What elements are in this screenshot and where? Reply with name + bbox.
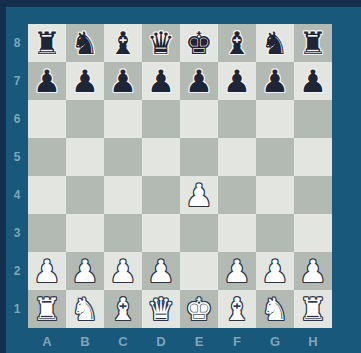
square-f7[interactable]: ♟ [218, 62, 256, 100]
square-d7[interactable]: ♟ [142, 62, 180, 100]
black-pawn[interactable]: ♟ [109, 62, 137, 100]
square-b3[interactable] [66, 214, 104, 252]
black-pawn[interactable]: ♟ [33, 62, 61, 100]
square-h7[interactable]: ♟ [294, 62, 332, 100]
square-e5[interactable] [180, 138, 218, 176]
square-g1[interactable]: ♞ [256, 290, 294, 328]
black-pawn[interactable]: ♟ [147, 62, 175, 100]
rank-label-5: 5 [6, 138, 28, 176]
file-label-h: H [294, 329, 332, 353]
square-c7[interactable]: ♟ [104, 62, 142, 100]
white-king[interactable]: ♚ [185, 290, 213, 328]
black-king[interactable]: ♚ [185, 24, 213, 62]
square-e4[interactable]: ♟ [180, 176, 218, 214]
white-bishop[interactable]: ♝ [223, 290, 251, 328]
square-f3[interactable] [218, 214, 256, 252]
black-bishop[interactable]: ♝ [223, 24, 251, 62]
square-h2[interactable]: ♟ [294, 252, 332, 290]
white-queen[interactable]: ♛ [147, 290, 175, 328]
white-rook[interactable]: ♜ [299, 290, 327, 328]
white-pawn[interactable]: ♟ [223, 252, 251, 290]
chess-board: ♜♞♝♛♚♝♞♜♟♟♟♟♟♟♟♟♟♟♟♟♟♟♟♟♜♞♝♛♚♝♞♜ [28, 24, 332, 328]
square-g5[interactable] [256, 138, 294, 176]
square-h1[interactable]: ♜ [294, 290, 332, 328]
file-coordinates: ABCDEFGH [28, 329, 332, 353]
square-e7[interactable]: ♟ [180, 62, 218, 100]
white-pawn[interactable]: ♟ [33, 252, 61, 290]
white-pawn[interactable]: ♟ [261, 252, 289, 290]
square-c2[interactable]: ♟ [104, 252, 142, 290]
square-h5[interactable] [294, 138, 332, 176]
square-d3[interactable] [142, 214, 180, 252]
square-b1[interactable]: ♞ [66, 290, 104, 328]
square-a5[interactable] [28, 138, 66, 176]
rank-label-6: 6 [6, 100, 28, 138]
white-pawn[interactable]: ♟ [71, 252, 99, 290]
white-pawn[interactable]: ♟ [299, 252, 327, 290]
square-f2[interactable]: ♟ [218, 252, 256, 290]
square-c5[interactable] [104, 138, 142, 176]
file-label-b: B [66, 329, 104, 353]
square-b4[interactable] [66, 176, 104, 214]
square-g4[interactable] [256, 176, 294, 214]
file-label-d: D [142, 329, 180, 353]
black-pawn[interactable]: ♟ [185, 62, 213, 100]
black-pawn[interactable]: ♟ [299, 62, 327, 100]
square-d6[interactable] [142, 100, 180, 138]
square-g2[interactable]: ♟ [256, 252, 294, 290]
rank-label-2: 2 [6, 252, 28, 290]
square-f4[interactable] [218, 176, 256, 214]
square-g7[interactable]: ♟ [256, 62, 294, 100]
rank-label-1: 1 [6, 290, 28, 328]
white-pawn[interactable]: ♟ [147, 252, 175, 290]
square-c8[interactable]: ♝ [104, 24, 142, 62]
square-b2[interactable]: ♟ [66, 252, 104, 290]
square-e2[interactable] [180, 252, 218, 290]
square-a7[interactable]: ♟ [28, 62, 66, 100]
black-rook[interactable]: ♜ [299, 24, 327, 62]
black-pawn[interactable]: ♟ [71, 62, 99, 100]
square-a2[interactable]: ♟ [28, 252, 66, 290]
rank-label-7: 7 [6, 62, 28, 100]
square-a8[interactable]: ♜ [28, 24, 66, 62]
file-label-g: G [256, 329, 294, 353]
square-b7[interactable]: ♟ [66, 62, 104, 100]
file-label-c: C [104, 329, 142, 353]
file-label-e: E [180, 329, 218, 353]
square-g3[interactable] [256, 214, 294, 252]
square-e1[interactable]: ♚ [180, 290, 218, 328]
square-c3[interactable] [104, 214, 142, 252]
black-pawn[interactable]: ♟ [223, 62, 251, 100]
square-c6[interactable] [104, 100, 142, 138]
square-f6[interactable] [218, 100, 256, 138]
square-c1[interactable]: ♝ [104, 290, 142, 328]
rank-coordinates: 87654321 [6, 24, 28, 328]
white-rook[interactable]: ♜ [33, 290, 61, 328]
square-f8[interactable]: ♝ [218, 24, 256, 62]
black-pawn[interactable]: ♟ [261, 62, 289, 100]
square-h3[interactable] [294, 214, 332, 252]
square-b6[interactable] [66, 100, 104, 138]
square-d5[interactable] [142, 138, 180, 176]
square-a6[interactable] [28, 100, 66, 138]
square-d4[interactable] [142, 176, 180, 214]
white-pawn[interactable]: ♟ [185, 176, 213, 214]
square-g6[interactable] [256, 100, 294, 138]
square-a4[interactable] [28, 176, 66, 214]
square-e8[interactable]: ♚ [180, 24, 218, 62]
black-queen[interactable]: ♛ [147, 24, 175, 62]
square-c4[interactable] [104, 176, 142, 214]
square-d1[interactable]: ♛ [142, 290, 180, 328]
square-d8[interactable]: ♛ [142, 24, 180, 62]
square-a3[interactable] [28, 214, 66, 252]
black-bishop[interactable]: ♝ [109, 24, 137, 62]
black-knight[interactable]: ♞ [71, 24, 99, 62]
square-h6[interactable] [294, 100, 332, 138]
square-d2[interactable]: ♟ [142, 252, 180, 290]
square-h8[interactable]: ♜ [294, 24, 332, 62]
square-b8[interactable]: ♞ [66, 24, 104, 62]
rank-label-4: 4 [6, 176, 28, 214]
white-knight[interactable]: ♞ [71, 290, 99, 328]
rank-label-3: 3 [6, 214, 28, 252]
square-f5[interactable] [218, 138, 256, 176]
square-a1[interactable]: ♜ [28, 290, 66, 328]
white-bishop[interactable]: ♝ [109, 290, 137, 328]
square-g8[interactable]: ♞ [256, 24, 294, 62]
square-h4[interactable] [294, 176, 332, 214]
file-label-f: F [218, 329, 256, 353]
square-b5[interactable] [66, 138, 104, 176]
white-knight[interactable]: ♞ [261, 290, 289, 328]
window-frame-top [0, 0, 361, 7]
file-label-a: A [28, 329, 66, 353]
square-e3[interactable] [180, 214, 218, 252]
square-e6[interactable] [180, 100, 218, 138]
rank-label-8: 8 [6, 24, 28, 62]
black-rook[interactable]: ♜ [33, 24, 61, 62]
square-f1[interactable]: ♝ [218, 290, 256, 328]
black-knight[interactable]: ♞ [261, 24, 289, 62]
white-pawn[interactable]: ♟ [109, 252, 137, 290]
